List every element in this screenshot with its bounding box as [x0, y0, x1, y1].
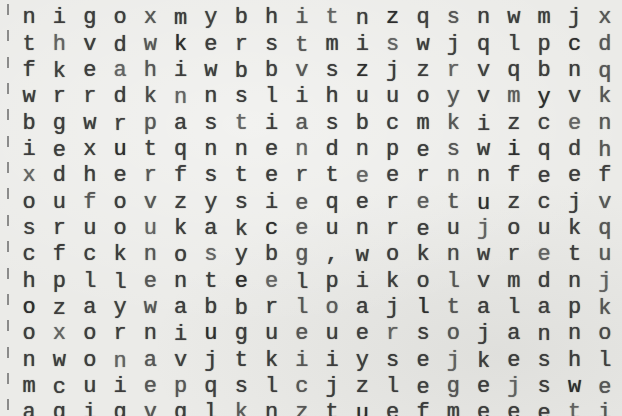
grid-cell[interactable]: v — [75, 31, 105, 57]
grid-cell[interactable]: e — [135, 374, 165, 400]
grid-cell[interactable]: q — [499, 58, 529, 84]
grid-cell[interactable]: r — [499, 242, 529, 268]
grid-cell[interactable]: b — [256, 242, 286, 268]
grid-cell[interactable]: t — [317, 5, 347, 31]
grid-cell[interactable]: o — [499, 216, 529, 242]
grid-cell[interactable]: q — [165, 137, 195, 163]
grid-cell[interactable]: q — [468, 31, 498, 57]
grid-cell[interactable]: o — [14, 189, 44, 215]
grid-cell[interactable]: p — [135, 110, 165, 136]
grid-cell[interactable]: e — [105, 163, 135, 189]
grid-cell[interactable]: n — [559, 321, 589, 347]
grid-cell[interactable]: n — [165, 85, 195, 111]
grid-cell[interactable]: s — [256, 31, 286, 57]
grid-cell[interactable]: a — [347, 295, 377, 321]
grid-cell[interactable]: u — [105, 137, 135, 163]
grid-cell[interactable]: n — [14, 347, 44, 373]
grid-cell[interactable]: t — [559, 242, 589, 268]
grid-cell[interactable]: s — [438, 137, 468, 163]
grid-cell[interactable]: e — [468, 400, 498, 416]
grid-cell[interactable]: d — [105, 32, 135, 58]
grid-cell[interactable]: o — [378, 242, 408, 268]
grid-cell[interactable]: a — [529, 295, 559, 321]
grid-cell[interactable]: a — [75, 295, 105, 321]
grid-cell[interactable]: i — [590, 400, 620, 416]
grid-cell[interactable]: e — [378, 400, 408, 416]
grid-cell[interactable]: h — [317, 84, 347, 110]
grid-cell[interactable]: j — [438, 31, 468, 57]
grid-cell[interactable]: a — [499, 321, 529, 347]
grid-cell[interactable]: m — [408, 110, 438, 136]
grid-cell[interactable]: j — [378, 58, 408, 84]
grid-cell[interactable]: h — [135, 57, 165, 83]
grid-cell[interactable]: v — [468, 268, 498, 294]
grid-cell[interactable]: d — [529, 268, 559, 294]
grid-cell[interactable]: s — [378, 31, 408, 57]
grid-cell[interactable]: l — [196, 400, 226, 416]
grid-cell[interactable]: r — [378, 216, 408, 242]
grid-cell[interactable]: b — [347, 110, 377, 136]
grid-cell[interactable]: r — [378, 189, 408, 215]
grid-cell[interactable]: n — [347, 6, 377, 32]
grid-cell[interactable]: z — [347, 374, 377, 400]
grid-cell[interactable]: a — [165, 295, 195, 321]
grid-cell[interactable]: c — [75, 242, 105, 268]
grid-cell[interactable]: c — [256, 216, 286, 242]
grid-cell[interactable]: p — [559, 295, 589, 321]
grid-cell[interactable]: o — [14, 295, 44, 321]
grid-cell[interactable]: w — [14, 84, 44, 110]
grid-cell[interactable]: f — [75, 189, 105, 215]
grid-cell[interactable]: t — [438, 189, 468, 215]
grid-cell[interactable]: j — [559, 189, 589, 215]
grid-cell[interactable]: u — [529, 216, 559, 242]
grid-cell[interactable]: u — [256, 321, 286, 347]
grid-cell[interactable]: t — [438, 295, 468, 321]
grid-cell[interactable]: i — [75, 400, 105, 416]
grid-cell[interactable]: l — [590, 347, 620, 373]
grid-cell[interactable]: w — [559, 374, 589, 400]
grid-cell[interactable]: g — [44, 110, 74, 136]
grid-cell[interactable]: i — [287, 347, 317, 373]
grid-cell[interactable]: t — [317, 163, 347, 189]
grid-cell[interactable]: y — [196, 189, 226, 215]
grid-cell[interactable]: z — [499, 110, 529, 136]
grid-cell[interactable]: e — [287, 321, 317, 347]
grid-cell[interactable]: h — [590, 137, 620, 163]
grid-cell[interactable]: j — [590, 268, 620, 294]
grid-cell[interactable]: e — [408, 374, 438, 400]
grid-cell[interactable]: v — [135, 189, 165, 215]
grid-cell[interactable]: p — [165, 374, 195, 400]
grid-cell[interactable]: s — [196, 110, 226, 136]
grid-cell[interactable]: w — [44, 347, 74, 373]
grid-cell[interactable]: k — [226, 216, 256, 242]
grid-cell[interactable]: i — [165, 58, 195, 84]
grid-cell[interactable]: e — [408, 347, 438, 373]
grid-cell[interactable]: y — [196, 5, 226, 31]
grid-cell[interactable]: u — [75, 374, 105, 400]
grid-cell[interactable]: p — [378, 137, 408, 163]
grid-cell[interactable]: o — [408, 84, 438, 110]
grid-cell[interactable]: n — [438, 242, 468, 268]
grid-cell[interactable]: w — [408, 31, 438, 57]
grid-cell[interactable]: h — [559, 347, 589, 373]
grid-cell[interactable]: c — [287, 374, 317, 400]
grid-cell[interactable]: x — [44, 321, 74, 347]
grid-cell[interactable]: l — [378, 374, 408, 400]
grid-cell[interactable]: g — [287, 242, 317, 268]
grid-cell[interactable]: n — [196, 137, 226, 163]
grid-cell[interactable]: e — [226, 268, 256, 294]
grid-cell[interactable]: o — [75, 321, 105, 347]
grid-cell[interactable]: m — [165, 6, 195, 32]
grid-cell[interactable]: m — [317, 31, 347, 57]
grid-cell[interactable]: n — [105, 348, 135, 374]
grid-cell[interactable]: a — [196, 216, 226, 242]
grid-cell[interactable]: k — [165, 216, 195, 242]
grid-cell[interactable]: i — [165, 322, 195, 348]
grid-cell[interactable]: u — [347, 401, 377, 416]
grid-cell[interactable]: s — [378, 347, 408, 373]
grid-cell[interactable]: v — [590, 189, 620, 215]
grid-cell[interactable]: j — [468, 216, 498, 242]
grid-cell[interactable]: n — [226, 136, 256, 162]
grid-cell[interactable]: j — [559, 5, 589, 31]
grid-cell[interactable]: k — [226, 400, 256, 416]
grid-cell[interactable]: x — [14, 163, 44, 189]
grid-cell[interactable]: n — [135, 321, 165, 347]
grid-cell[interactable]: u — [438, 216, 468, 242]
grid-cell[interactable]: k — [408, 242, 438, 268]
grid-cell[interactable]: y — [438, 84, 468, 110]
grid-cell[interactable]: i — [256, 110, 286, 136]
grid-cell[interactable]: u — [317, 321, 347, 347]
grid-cell[interactable]: a — [14, 400, 44, 416]
grid-cell[interactable]: l — [256, 374, 286, 400]
grid-cell[interactable]: u — [75, 216, 105, 242]
grid-cell[interactable]: w — [135, 294, 165, 320]
grid-cell[interactable]: i — [499, 136, 529, 162]
grid-cell[interactable]: z — [499, 189, 529, 215]
grid-cell[interactable]: u — [317, 215, 347, 241]
grid-cell[interactable]: d — [317, 137, 347, 163]
grid-cell[interactable]: s — [226, 189, 256, 215]
grid-cell[interactable]: u — [378, 84, 408, 110]
grid-cell[interactable]: x — [590, 5, 620, 31]
grid-cell[interactable]: e — [468, 374, 498, 400]
grid-cell[interactable]: b — [256, 58, 286, 84]
grid-cell[interactable]: m — [529, 5, 559, 31]
grid-cell[interactable]: w — [468, 242, 498, 268]
grid-cell[interactable]: g — [226, 321, 256, 347]
grid-cell[interactable]: n — [559, 58, 589, 84]
grid-cell[interactable]: q — [590, 58, 620, 84]
grid-cell[interactable]: w — [468, 137, 498, 163]
grid-cell[interactable]: e — [408, 216, 438, 242]
grid-cell[interactable]: r — [44, 84, 74, 110]
grid-cell[interactable]: n — [165, 268, 195, 294]
grid-cell[interactable]: r — [408, 163, 438, 189]
grid-cell[interactable]: s — [196, 163, 226, 189]
grid-cell[interactable]: t — [226, 347, 256, 373]
grid-cell[interactable]: g — [75, 5, 105, 31]
grid-cell[interactable]: e — [75, 58, 105, 84]
grid-cell[interactable]: d — [44, 163, 74, 189]
grid-cell[interactable]: q — [196, 374, 226, 400]
grid-cell[interactable]: y — [529, 85, 559, 111]
grid-cell[interactable]: g — [165, 400, 195, 416]
grid-cell[interactable]: i — [44, 5, 74, 31]
grid-cell[interactable]: n — [559, 268, 589, 294]
grid-cell[interactable]: i — [14, 137, 44, 163]
grid-cell[interactable]: c — [44, 374, 74, 400]
grid-cell[interactable]: w — [196, 58, 226, 84]
grid-cell[interactable]: v — [135, 400, 165, 416]
grid-cell[interactable]: k — [105, 242, 135, 268]
grid-cell[interactable]: y — [105, 295, 135, 321]
grid-cell[interactable]: l — [438, 268, 468, 294]
grid-cell[interactable]: r — [287, 163, 317, 189]
grid-cell[interactable]: v — [468, 84, 498, 110]
grid-cell[interactable]: c — [378, 110, 408, 136]
grid-cell[interactable]: b — [14, 110, 44, 136]
grid-cell[interactable]: e — [408, 137, 438, 163]
grid-cell[interactable]: q — [590, 215, 620, 241]
grid-cell[interactable]: q — [529, 137, 559, 163]
grid-cell[interactable]: n — [14, 5, 44, 31]
grid-cell[interactable]: v — [559, 84, 589, 110]
grid-cell[interactable]: w — [75, 110, 105, 136]
grid-cell[interactable]: e — [559, 163, 589, 189]
grid-cell[interactable]: k — [378, 268, 408, 294]
grid-cell[interactable]: c — [14, 242, 44, 268]
grid-cell[interactable]: e — [44, 137, 74, 163]
grid-cell[interactable]: n — [135, 242, 165, 268]
grid-cell[interactable]: c — [529, 110, 559, 136]
grid-cell[interactable]: e — [347, 321, 377, 347]
grid-cell[interactable]: x — [75, 137, 105, 163]
grid-cell[interactable]: o — [75, 347, 105, 373]
grid-cell[interactable]: t — [14, 31, 44, 57]
grid-cell[interactable]: t — [135, 137, 165, 163]
grid-cell[interactable]: e — [499, 400, 529, 416]
grid-cell[interactable]: i — [287, 84, 317, 110]
grid-cell[interactable]: j — [196, 347, 226, 373]
grid-cell[interactable]: e — [347, 164, 377, 190]
grid-cell[interactable]: l — [256, 84, 286, 110]
grid-cell[interactable]: y — [347, 347, 377, 373]
grid-cell[interactable]: n — [468, 5, 498, 31]
grid-cell[interactable]: n — [347, 216, 377, 242]
grid-cell[interactable]: d — [559, 137, 589, 163]
grid-cell[interactable]: l — [499, 31, 529, 57]
grid-cell[interactable]: s — [408, 321, 438, 347]
grid-cell[interactable]: s — [317, 58, 347, 84]
grid-cell[interactable]: a — [135, 347, 165, 373]
grid-cell[interactable]: y — [226, 242, 256, 268]
grid-cell[interactable]: e — [559, 110, 589, 136]
grid-cell[interactable]: n — [287, 137, 317, 163]
grid-cell[interactable]: u — [590, 242, 620, 268]
grid-cell[interactable]: k — [590, 295, 620, 321]
grid-cell[interactable]: i — [347, 268, 377, 294]
grid-cell[interactable]: q — [408, 5, 438, 31]
grid-cell[interactable]: p — [317, 268, 347, 294]
grid-cell[interactable]: w — [135, 31, 165, 57]
grid-cell[interactable]: j — [499, 373, 529, 399]
grid-cell[interactable]: a — [287, 110, 317, 136]
grid-cell[interactable]: r — [256, 295, 286, 321]
grid-cell[interactable]: r — [105, 321, 135, 347]
grid-cell[interactable]: s — [226, 84, 256, 110]
grid-cell[interactable]: t — [559, 400, 589, 416]
grid-cell[interactable]: u — [468, 190, 498, 216]
grid-cell[interactable]: g — [44, 400, 74, 416]
grid-cell[interactable]: t — [196, 268, 226, 294]
grid-cell[interactable]: w — [347, 243, 377, 269]
grid-cell[interactable]: e — [529, 242, 559, 268]
grid-cell[interactable]: j — [438, 347, 468, 373]
grid-cell[interactable]: r — [44, 215, 74, 241]
grid-cell[interactable]: s — [226, 373, 256, 399]
grid-cell[interactable]: b — [529, 58, 559, 84]
grid-cell[interactable]: c — [529, 189, 559, 215]
grid-cell[interactable]: m — [14, 374, 44, 400]
grid-cell[interactable]: q — [317, 189, 347, 215]
grid-cell[interactable]: f — [590, 163, 620, 189]
grid-cell[interactable]: h — [14, 268, 44, 294]
grid-cell[interactable]: k — [559, 216, 589, 242]
grid-cell[interactable]: e — [347, 189, 377, 215]
grid-cell[interactable]: f — [165, 163, 195, 189]
grid-cell[interactable]: k — [165, 31, 195, 57]
grid-cell[interactable]: m — [438, 400, 468, 416]
grid-cell[interactable]: , — [317, 242, 347, 268]
grid-cell[interactable]: d — [590, 31, 620, 57]
grid-cell[interactable]: r — [105, 111, 135, 137]
grid-cell[interactable]: l — [408, 294, 438, 320]
grid-cell[interactable]: r — [438, 58, 468, 84]
grid-cell[interactable]: b — [226, 295, 256, 321]
grid-cell[interactable]: l — [499, 295, 529, 321]
grid-cell[interactable]: u — [347, 84, 377, 110]
grid-cell[interactable]: g — [105, 400, 135, 416]
grid-cell[interactable]: n — [529, 322, 559, 348]
grid-cell[interactable]: a — [165, 110, 195, 136]
grid-cell[interactable]: w — [499, 5, 529, 31]
grid-cell[interactable]: k — [590, 84, 620, 110]
grid-cell[interactable]: k — [256, 347, 286, 373]
grid-cell[interactable]: e — [378, 163, 408, 189]
grid-cell[interactable]: f — [408, 400, 438, 416]
grid-cell[interactable]: s — [529, 347, 559, 373]
grid-cell[interactable]: l — [75, 268, 105, 294]
grid-cell[interactable]: h — [44, 31, 74, 57]
grid-cell[interactable]: o — [590, 321, 620, 347]
grid-cell[interactable]: l — [287, 269, 317, 295]
grid-cell[interactable]: s — [317, 110, 347, 136]
grid-cell[interactable]: u — [196, 321, 226, 347]
grid-cell[interactable]: s — [438, 5, 468, 31]
grid-cell[interactable]: s — [196, 242, 226, 268]
grid-cell[interactable]: r — [75, 84, 105, 110]
grid-cell[interactable]: e — [499, 347, 529, 373]
grid-cell[interactable]: m — [499, 268, 529, 294]
grid-cell[interactable]: e — [408, 189, 438, 215]
grid-cell[interactable]: s — [14, 216, 44, 242]
grid-cell[interactable]: o — [105, 5, 135, 31]
grid-cell[interactable]: s — [529, 374, 559, 400]
grid-cell[interactable]: i — [287, 5, 317, 31]
grid-cell[interactable]: z — [165, 189, 195, 215]
grid-cell[interactable]: n — [256, 400, 286, 416]
grid-cell[interactable]: n — [438, 163, 468, 189]
grid-cell[interactable]: o — [438, 321, 468, 347]
grid-cell[interactable]: x — [135, 5, 165, 31]
grid-cell[interactable]: f — [44, 242, 74, 268]
grid-cell[interactable]: b — [196, 295, 226, 321]
grid-cell[interactable]: f — [14, 58, 44, 84]
grid-cell[interactable]: b — [226, 58, 256, 84]
grid-cell[interactable]: z — [408, 57, 438, 83]
grid-cell[interactable]: o — [105, 216, 135, 242]
grid-cell[interactable]: p — [44, 268, 74, 294]
grid-cell[interactable]: u — [44, 189, 74, 215]
grid-cell[interactable]: d — [105, 84, 135, 110]
grid-cell[interactable]: o — [408, 268, 438, 294]
grid-cell[interactable]: v — [165, 347, 195, 373]
grid-cell[interactable]: z — [347, 58, 377, 84]
grid-cell[interactable]: k — [44, 58, 74, 84]
grid-cell[interactable]: e — [135, 268, 165, 294]
grid-cell[interactable]: t — [226, 110, 256, 136]
grid-cell[interactable]: e — [590, 374, 620, 400]
grid-cell[interactable]: l — [105, 269, 135, 295]
grid-cell[interactable]: f — [499, 163, 529, 189]
grid-cell[interactable]: r — [135, 163, 165, 189]
grid-cell[interactable]: k — [468, 348, 498, 374]
grid-cell[interactable]: n — [590, 110, 620, 136]
grid-cell[interactable]: o — [105, 189, 135, 215]
grid-cell[interactable]: o — [165, 243, 195, 269]
grid-cell[interactable]: i — [317, 347, 347, 373]
grid-cell[interactable]: v — [468, 58, 498, 84]
grid-cell[interactable]: g — [438, 374, 468, 400]
grid-cell[interactable]: e — [529, 164, 559, 190]
grid-cell[interactable]: n — [347, 137, 377, 163]
grid-cell[interactable]: u — [135, 216, 165, 242]
grid-cell[interactable]: t — [317, 400, 347, 416]
grid-cell[interactable]: p — [529, 31, 559, 57]
grid-cell[interactable]: k — [438, 110, 468, 136]
grid-cell[interactable]: z — [44, 295, 74, 321]
grid-cell[interactable]: i — [347, 31, 377, 57]
grid-cell[interactable]: n — [468, 163, 498, 189]
grid-cell[interactable]: e — [256, 268, 286, 294]
grid-cell[interactable]: c — [559, 31, 589, 57]
grid-cell[interactable]: k — [135, 84, 165, 110]
grid-cell[interactable]: z — [378, 5, 408, 31]
grid-cell[interactable]: e — [196, 31, 226, 57]
grid-cell[interactable]: a — [105, 58, 135, 84]
grid-cell[interactable]: e — [256, 137, 286, 163]
grid-cell[interactable]: t — [226, 163, 256, 189]
grid-cell[interactable]: j — [378, 295, 408, 321]
grid-cell[interactable]: o — [14, 321, 44, 347]
grid-cell[interactable]: v — [287, 58, 317, 84]
grid-cell[interactable]: e — [287, 190, 317, 216]
